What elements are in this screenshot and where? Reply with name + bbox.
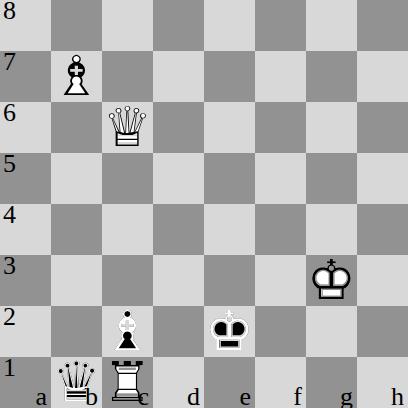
rank-label-4: 4 [3,202,16,228]
piece-outline-glyph: ♕ [102,102,153,153]
square-f4[interactable] [255,204,306,255]
file-label-f: f [293,384,302,408]
white-bishop-piece[interactable]: ♝♗ [51,51,102,102]
rank-label-3: 3 [3,253,16,279]
square-g8[interactable] [306,0,357,51]
square-g2[interactable] [306,306,357,357]
piece-outline-glyph: ♔ [204,306,255,357]
piece-outline-glyph: ♗ [51,51,102,102]
piece-outline-glyph: ♔ [306,255,357,306]
square-b6[interactable] [51,102,102,153]
square-h2[interactable] [357,306,408,357]
square-g5[interactable] [306,153,357,204]
square-h5[interactable] [357,153,408,204]
square-h4[interactable] [357,204,408,255]
rank-label-5: 5 [3,151,16,177]
square-e4[interactable] [204,204,255,255]
square-h1[interactable]: h [357,357,408,408]
square-c4[interactable] [102,204,153,255]
file-label-g: g [340,384,353,408]
rank-label-6: 6 [3,100,16,126]
square-c6[interactable]: ♛♕ [102,102,153,153]
square-d8[interactable] [153,0,204,51]
square-e6[interactable] [204,102,255,153]
square-g3[interactable]: ♚♔ [306,255,357,306]
square-b3[interactable] [51,255,102,306]
square-a5[interactable]: 5 [0,153,51,204]
rank-label-8: 8 [3,0,16,24]
square-a2[interactable]: 2 [0,306,51,357]
square-a4[interactable]: 4 [0,204,51,255]
square-e1[interactable]: e [204,357,255,408]
file-label-e: e [239,384,251,408]
square-f3[interactable] [255,255,306,306]
square-h6[interactable] [357,102,408,153]
square-g1[interactable]: g [306,357,357,408]
square-e2[interactable]: ♚♔ [204,306,255,357]
square-d2[interactable] [153,306,204,357]
file-label-b: b [85,384,98,408]
square-b4[interactable] [51,204,102,255]
file-label-a: a [35,384,47,408]
white-queen-piece[interactable]: ♛♕ [102,102,153,153]
square-f5[interactable] [255,153,306,204]
square-d4[interactable] [153,204,204,255]
square-d7[interactable] [153,51,204,102]
square-d3[interactable] [153,255,204,306]
file-label-h: h [391,384,404,408]
square-b5[interactable] [51,153,102,204]
square-f6[interactable] [255,102,306,153]
square-h3[interactable] [357,255,408,306]
black-king-piece[interactable]: ♚♔ [204,306,255,357]
square-a7[interactable]: 7 [0,51,51,102]
square-h7[interactable] [357,51,408,102]
square-e8[interactable] [204,0,255,51]
square-f7[interactable] [255,51,306,102]
square-f2[interactable] [255,306,306,357]
square-d1[interactable]: d [153,357,204,408]
square-e5[interactable] [204,153,255,204]
square-b7[interactable]: ♝♗ [51,51,102,102]
square-f8[interactable] [255,0,306,51]
rank-label-1: 1 [3,355,16,381]
square-b1[interactable]: b♛♕ [51,357,102,408]
chess-board: 87♝♗6♛♕543♚♔2♝♗♚♔1ab♛♕c♜♖defgh [0,0,408,408]
square-c1[interactable]: c♜♖ [102,357,153,408]
square-h8[interactable] [357,0,408,51]
square-c8[interactable] [102,0,153,51]
rank-label-7: 7 [3,49,16,75]
file-label-d: d [187,384,200,408]
square-a6[interactable]: 6 [0,102,51,153]
file-label-c: c [137,384,149,408]
square-c5[interactable] [102,153,153,204]
square-a1[interactable]: 1a [0,357,51,408]
square-g6[interactable] [306,102,357,153]
rank-label-2: 2 [3,304,16,330]
square-g7[interactable] [306,51,357,102]
white-king-piece[interactable]: ♚♔ [306,255,357,306]
square-a3[interactable]: 3 [0,255,51,306]
square-d6[interactable] [153,102,204,153]
square-a8[interactable]: 8 [0,0,51,51]
square-f1[interactable]: f [255,357,306,408]
square-e7[interactable] [204,51,255,102]
square-d5[interactable] [153,153,204,204]
